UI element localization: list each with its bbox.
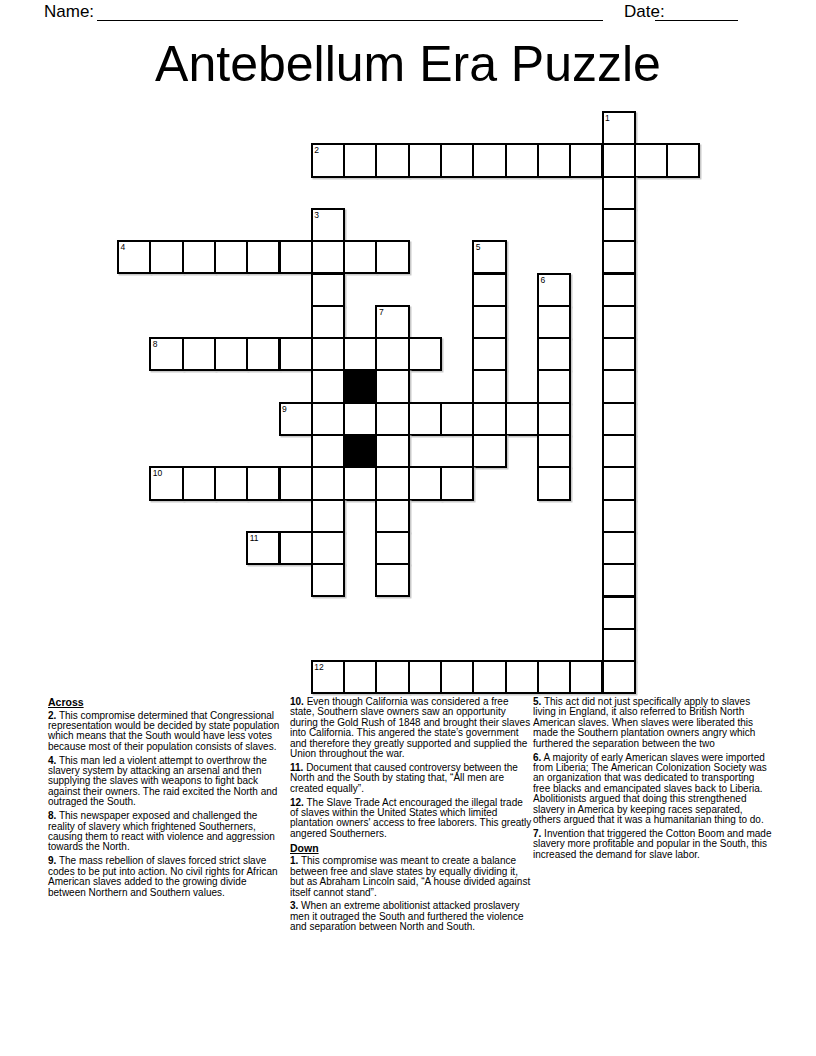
- down-header: Down: [290, 843, 532, 854]
- clue-down-6: 6. A majority of early American slaves w…: [533, 753, 773, 826]
- grid-cell[interactable]: [569, 660, 603, 694]
- grid-cell[interactable]: [602, 240, 636, 274]
- grid-clue-number: 1: [605, 113, 610, 123]
- grid-cell[interactable]: [505, 660, 539, 694]
- clue-down-5: 5. This act did not just specifically ap…: [533, 697, 773, 749]
- clues-column-2: 10. Even though California was considere…: [290, 697, 532, 936]
- grid-cell[interactable]: [602, 369, 636, 403]
- grid-clue-number: 10: [153, 468, 162, 478]
- clue-down-7: 7. Invention that triggered the Cotton B…: [533, 829, 773, 860]
- clue-across-4: 4. This man led a violent attempt to ove…: [48, 756, 286, 808]
- grid-cell[interactable]: [472, 337, 506, 371]
- grid-cell[interactable]: 3: [311, 208, 345, 242]
- grid-cell[interactable]: [343, 337, 377, 371]
- grid-cell[interactable]: [311, 466, 345, 500]
- grid-cell[interactable]: 11: [246, 531, 280, 565]
- grid-cell[interactable]: [472, 143, 506, 177]
- grid-cell[interactable]: [537, 143, 571, 177]
- grid-cell[interactable]: [279, 466, 313, 500]
- grid-cell[interactable]: [537, 466, 571, 500]
- clue-number-label: 9.: [48, 855, 56, 866]
- grid-cell[interactable]: [634, 143, 668, 177]
- grid-clue-number: 12: [314, 662, 323, 672]
- grid-cell[interactable]: [602, 434, 636, 468]
- clue-number-label: 1.: [290, 855, 298, 866]
- across-header: Across: [48, 697, 286, 708]
- page-title: Antebellum Era Puzzle: [0, 36, 816, 92]
- grid-cell[interactable]: [375, 563, 409, 597]
- grid-cell[interactable]: [375, 402, 409, 436]
- grid-cell[interactable]: [505, 143, 539, 177]
- grid-cell-black: [343, 369, 377, 403]
- grid-cell[interactable]: [375, 337, 409, 371]
- grid-cell[interactable]: [408, 337, 442, 371]
- date-field-line: [655, 20, 738, 21]
- grid-cell[interactable]: [246, 466, 280, 500]
- grid-cell[interactable]: [343, 402, 377, 436]
- grid-cell[interactable]: [279, 240, 313, 274]
- grid-cell[interactable]: [440, 402, 474, 436]
- grid-cell[interactable]: [408, 402, 442, 436]
- grid-cell[interactable]: [311, 240, 345, 274]
- grid-cell[interactable]: [602, 402, 636, 436]
- clue-number-label: 10.: [290, 696, 304, 707]
- grid-cell[interactable]: [602, 208, 636, 242]
- grid-cell[interactable]: [602, 176, 636, 210]
- clue-number-label: 6.: [533, 752, 541, 763]
- grid-clue-number: 2: [314, 145, 319, 155]
- date-label: Date:: [624, 2, 665, 22]
- clue-number-label: 8.: [48, 810, 56, 821]
- grid-cell[interactable]: [149, 240, 183, 274]
- grid-cell[interactable]: [311, 563, 345, 597]
- grid-cell[interactable]: [602, 466, 636, 500]
- grid-cell[interactable]: [602, 660, 636, 694]
- grid-cell[interactable]: 12: [311, 660, 345, 694]
- clue-number-label: 3.: [290, 900, 298, 911]
- grid-cell[interactable]: [182, 466, 216, 500]
- name-field-line: [97, 20, 603, 21]
- grid-cell[interactable]: 5: [472, 240, 506, 274]
- grid-clue-number: 8: [153, 339, 158, 349]
- grid-cell[interactable]: [537, 337, 571, 371]
- grid-cell[interactable]: 8: [149, 337, 183, 371]
- grid-cell[interactable]: [472, 660, 506, 694]
- grid-cell[interactable]: [182, 337, 216, 371]
- grid-cell[interactable]: [214, 240, 248, 274]
- crossword-grid: 123456789101112: [117, 111, 701, 695]
- grid-cell[interactable]: [408, 660, 442, 694]
- clue-number-label: 12.: [290, 797, 304, 808]
- grid-cell[interactable]: 2: [311, 143, 345, 177]
- clue-down-1: 1. This compromise was meant to create a…: [290, 856, 532, 898]
- clue-across-2: 2. This compromise determined that Congr…: [48, 711, 286, 753]
- grid-cell[interactable]: [602, 596, 636, 630]
- grid-cell[interactable]: [214, 466, 248, 500]
- grid-cell[interactable]: [343, 240, 377, 274]
- grid-cell[interactable]: 10: [149, 466, 183, 500]
- grid-cell[interactable]: [311, 273, 345, 307]
- grid-cell[interactable]: [343, 466, 377, 500]
- clue-number-label: 5.: [533, 696, 541, 707]
- grid-cell[interactable]: [246, 240, 280, 274]
- grid-clue-number: 3: [314, 210, 319, 220]
- grid-cell[interactable]: [375, 240, 409, 274]
- grid-cell[interactable]: [311, 434, 345, 468]
- grid-cell[interactable]: [214, 337, 248, 371]
- grid-cell[interactable]: 1: [602, 111, 636, 145]
- name-label: Name:: [44, 2, 94, 22]
- grid-cell[interactable]: [375, 531, 409, 565]
- grid-cell[interactable]: [375, 466, 409, 500]
- grid-cell[interactable]: [602, 273, 636, 307]
- grid-cell[interactable]: [537, 369, 571, 403]
- grid-cell[interactable]: [537, 660, 571, 694]
- grid-clue-number: 5: [476, 242, 481, 252]
- grid-clue-number: 7: [379, 307, 384, 317]
- grid-cell[interactable]: [311, 531, 345, 565]
- grid-cell[interactable]: [246, 337, 280, 371]
- grid-cell[interactable]: [602, 143, 636, 177]
- grid-cell[interactable]: [279, 337, 313, 371]
- grid-cell[interactable]: [182, 240, 216, 274]
- clue-number-label: 7.: [533, 828, 541, 839]
- grid-cell[interactable]: 7: [375, 305, 409, 339]
- grid-cell[interactable]: [472, 402, 506, 436]
- grid-cell[interactable]: [375, 143, 409, 177]
- clue-across-9: 9. The mass rebellion of slaves forced s…: [48, 856, 286, 898]
- clue-across-12: 12. The Slave Trade Act encouraged the i…: [290, 798, 532, 840]
- clue-across-10: 10. Even though California was considere…: [290, 697, 532, 759]
- grid-clue-number: 6: [540, 275, 545, 285]
- grid-cell[interactable]: [311, 305, 345, 339]
- grid-cell[interactable]: [408, 143, 442, 177]
- grid-cell[interactable]: [311, 337, 345, 371]
- clue-across-8: 8. This newspaper exposed and challenged…: [48, 811, 286, 853]
- grid-cell[interactable]: 6: [537, 273, 571, 307]
- clue-number-label: 2.: [48, 710, 56, 721]
- grid-clue-number: 9: [282, 404, 287, 414]
- grid-cell[interactable]: [375, 499, 409, 533]
- clues-column-1: Across2. This compromise determined that…: [48, 697, 286, 901]
- grid-cell[interactable]: [440, 660, 474, 694]
- grid-cell[interactable]: [602, 499, 636, 533]
- clue-number-label: 4.: [48, 755, 56, 766]
- grid-cell[interactable]: [472, 273, 506, 307]
- grid-cell[interactable]: [602, 628, 636, 662]
- grid-cell[interactable]: [311, 369, 345, 403]
- grid-cell[interactable]: [505, 402, 539, 436]
- grid-cell[interactable]: [375, 369, 409, 403]
- grid-cell[interactable]: [279, 531, 313, 565]
- grid-cell[interactable]: [602, 563, 636, 597]
- clue-down-3: 3. When an extreme abolitionist attacked…: [290, 901, 532, 932]
- grid-cell[interactable]: [537, 305, 571, 339]
- grid-cell[interactable]: [311, 402, 345, 436]
- grid-cell[interactable]: [602, 337, 636, 371]
- grid-cell[interactable]: [311, 499, 345, 533]
- grid-cell[interactable]: [343, 660, 377, 694]
- grid-cell[interactable]: [440, 143, 474, 177]
- grid-clue-number: 11: [250, 533, 259, 543]
- grid-cell[interactable]: [408, 466, 442, 500]
- clues-column-3: 5. This act did not just specifically ap…: [533, 697, 773, 864]
- grid-cell[interactable]: [472, 434, 506, 468]
- grid-clue-number: 4: [121, 242, 126, 252]
- grid-cell[interactable]: [666, 143, 700, 177]
- grid-cell[interactable]: [472, 305, 506, 339]
- grid-cell[interactable]: [602, 305, 636, 339]
- grid-cell[interactable]: [537, 402, 571, 436]
- grid-cell[interactable]: [602, 531, 636, 565]
- grid-cell[interactable]: [472, 369, 506, 403]
- grid-cell[interactable]: [375, 660, 409, 694]
- grid-cell[interactable]: [440, 466, 474, 500]
- grid-cell[interactable]: [375, 434, 409, 468]
- grid-cell[interactable]: [537, 434, 571, 468]
- grid-cell[interactable]: [569, 143, 603, 177]
- grid-cell[interactable]: 9: [279, 402, 313, 436]
- grid-cell[interactable]: 4: [117, 240, 151, 274]
- clue-number-label: 11.: [290, 762, 303, 773]
- grid-cell[interactable]: [343, 143, 377, 177]
- clue-across-11: 11. Document that caused controversy bet…: [290, 763, 532, 794]
- grid-cell-black: [343, 434, 377, 468]
